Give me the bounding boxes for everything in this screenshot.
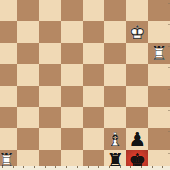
square-f3[interactable]	[104, 107, 126, 128]
square-b5[interactable]	[17, 64, 39, 85]
square-c6[interactable]	[39, 43, 61, 64]
bottom-axis-ticks	[2, 166, 170, 168]
square-e2[interactable]	[83, 128, 105, 149]
square-g5[interactable]	[126, 64, 148, 85]
square-c2[interactable]	[39, 128, 61, 149]
square-b6[interactable]	[17, 43, 39, 64]
square-a6[interactable]	[0, 43, 17, 64]
square-g4[interactable]	[126, 86, 148, 107]
chess-board: ♚♔♜♖♝♗♟♜♖♜♚	[0, 0, 170, 170]
square-a7[interactable]	[0, 21, 17, 42]
square-h6[interactable]: ♜♖	[148, 43, 170, 64]
square-d3[interactable]	[61, 107, 83, 128]
square-d4[interactable]	[61, 86, 83, 107]
white-rook-h6[interactable]: ♜♖	[148, 43, 170, 64]
square-e6[interactable]	[83, 43, 105, 64]
square-c5[interactable]	[39, 64, 61, 85]
square-h2[interactable]	[148, 128, 170, 149]
square-e5[interactable]	[83, 64, 105, 85]
square-c4[interactable]	[39, 86, 61, 107]
square-a8[interactable]	[0, 0, 17, 21]
square-d7[interactable]	[61, 21, 83, 42]
square-g6[interactable]	[126, 43, 148, 64]
square-h5[interactable]	[148, 64, 170, 85]
square-f4[interactable]	[104, 86, 126, 107]
square-h4[interactable]	[148, 86, 170, 107]
square-d5[interactable]	[61, 64, 83, 85]
white-king-g7[interactable]: ♚♔	[126, 21, 148, 42]
square-d6[interactable]	[61, 43, 83, 64]
square-h3[interactable]	[148, 107, 170, 128]
square-h7[interactable]	[148, 21, 170, 42]
square-a5[interactable]	[0, 64, 17, 85]
square-f5[interactable]	[104, 64, 126, 85]
black-pawn-g2[interactable]: ♟	[126, 128, 148, 149]
square-b3[interactable]	[17, 107, 39, 128]
right-axis-ticks	[168, 3, 170, 166]
square-c7[interactable]	[39, 21, 61, 42]
square-a2[interactable]	[0, 128, 17, 149]
bottom-axis-strip	[0, 166, 170, 170]
square-b7[interactable]	[17, 21, 39, 42]
square-a4[interactable]	[0, 86, 17, 107]
square-c3[interactable]	[39, 107, 61, 128]
square-d2[interactable]	[61, 128, 83, 149]
square-e8[interactable]	[83, 0, 105, 21]
square-d8[interactable]	[61, 0, 83, 21]
square-f6[interactable]	[104, 43, 126, 64]
square-e4[interactable]	[83, 86, 105, 107]
square-h8[interactable]	[148, 0, 170, 21]
square-a3[interactable]	[0, 107, 17, 128]
chess-board-screenshot: ♚♔♜♖♝♗♟♜♖♜♚	[0, 0, 170, 170]
square-b4[interactable]	[17, 86, 39, 107]
square-f8[interactable]	[104, 0, 126, 21]
square-c8[interactable]	[39, 0, 61, 21]
square-g3[interactable]	[126, 107, 148, 128]
square-g8[interactable]	[126, 0, 148, 21]
white-bishop-f2[interactable]: ♝♗	[104, 128, 126, 149]
square-e3[interactable]	[83, 107, 105, 128]
square-f7[interactable]	[104, 21, 126, 42]
square-b8[interactable]	[17, 0, 39, 21]
square-b2[interactable]	[17, 128, 39, 149]
square-e7[interactable]	[83, 21, 105, 42]
square-g2[interactable]: ♟	[126, 128, 148, 149]
square-f2[interactable]: ♝♗	[104, 128, 126, 149]
square-g7[interactable]: ♚♔	[126, 21, 148, 42]
